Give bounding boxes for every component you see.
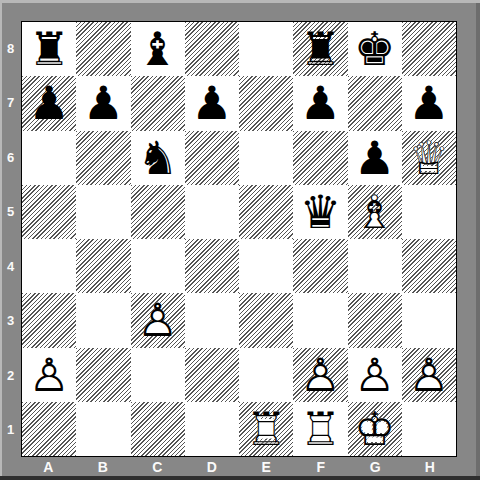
piece-white-rook: ♜♖ (293, 402, 347, 456)
square-d6[interactable] (185, 131, 239, 185)
black-king-glyph: ♚ (354, 26, 395, 72)
white-pawn-glyph: ♙ (354, 352, 395, 398)
rank-label-7: 7 (0, 76, 21, 131)
piece-black-queen: ♛ (293, 185, 347, 239)
square-c4[interactable] (131, 239, 185, 293)
piece-white-queen: ♛♕ (402, 131, 456, 185)
square-h2[interactable]: ♟♙ (402, 348, 456, 402)
piece-white-rook: ♜♖ (239, 402, 293, 456)
frame-bevel-bottom (0, 476, 480, 480)
piece-white-pawn: ♟♙ (348, 348, 402, 402)
rank-label-3: 3 (0, 294, 21, 349)
square-g4[interactable] (348, 239, 402, 293)
file-label-e: E (239, 457, 294, 476)
rank-label-4: 4 (0, 239, 21, 294)
piece-white-pawn: ♟♙ (402, 348, 456, 402)
file-label-b: B (76, 457, 131, 476)
file-label-d: D (185, 457, 240, 476)
square-a5[interactable] (22, 185, 76, 239)
square-h8[interactable] (402, 22, 456, 76)
piece-white-pawn: ♟♙ (293, 348, 347, 402)
square-g1[interactable]: ♚♔ (348, 402, 402, 456)
square-e5[interactable] (239, 185, 293, 239)
square-b8[interactable] (76, 22, 130, 76)
piece-black-pawn: ♟ (22, 76, 76, 130)
square-a1[interactable] (22, 402, 76, 456)
square-b3[interactable] (76, 293, 130, 347)
square-e7[interactable] (239, 76, 293, 130)
white-pawn-glyph: ♙ (408, 352, 449, 398)
square-b7[interactable]: ♟ (76, 76, 130, 130)
square-h7[interactable]: ♟ (402, 76, 456, 130)
rank-label-6: 6 (0, 130, 21, 185)
chess-board: ♜♝♜♚♟♟♟♟♟♞♟♛♕♛♝♗♟♙♟♙♟♙♟♙♟♙♜♖♜♖♚♔ (21, 21, 457, 457)
square-g7[interactable] (348, 76, 402, 130)
piece-black-pawn: ♟ (293, 76, 347, 130)
square-g3[interactable] (348, 293, 402, 347)
square-e2[interactable] (239, 348, 293, 402)
square-b6[interactable] (76, 131, 130, 185)
white-pawn-glyph: ♙ (300, 352, 341, 398)
piece-black-pawn: ♟ (348, 131, 402, 185)
square-a7[interactable]: ♟ (22, 76, 76, 130)
frame-bevel-top (0, 0, 480, 3)
square-d1[interactable] (185, 402, 239, 456)
square-d3[interactable] (185, 293, 239, 347)
white-queen-glyph: ♕ (408, 135, 449, 181)
square-g5[interactable]: ♝♗ (348, 185, 402, 239)
rank-label-2: 2 (0, 348, 21, 403)
file-labels: ABCDEFGH (21, 457, 457, 476)
square-e4[interactable] (239, 239, 293, 293)
black-pawn-glyph: ♟ (191, 80, 232, 126)
square-c6[interactable]: ♞ (131, 131, 185, 185)
square-e6[interactable] (239, 131, 293, 185)
square-f8[interactable]: ♜ (293, 22, 347, 76)
square-h4[interactable] (402, 239, 456, 293)
black-pawn-glyph: ♟ (29, 80, 70, 126)
square-c2[interactable] (131, 348, 185, 402)
rank-label-8: 8 (0, 21, 21, 76)
piece-black-pawn: ♟ (402, 76, 456, 130)
piece-black-pawn: ♟ (185, 76, 239, 130)
black-pawn-glyph: ♟ (83, 80, 124, 126)
square-a3[interactable] (22, 293, 76, 347)
piece-black-pawn: ♟ (76, 76, 130, 130)
white-rook-glyph: ♖ (246, 406, 287, 452)
frame-bevel-right (476, 3, 480, 476)
black-knight-glyph: ♞ (137, 135, 178, 181)
square-d8[interactable] (185, 22, 239, 76)
square-b1[interactable] (76, 402, 130, 456)
square-g8[interactable]: ♚ (348, 22, 402, 76)
piece-black-rook: ♜ (22, 22, 76, 76)
square-f4[interactable] (293, 239, 347, 293)
square-d4[interactable] (185, 239, 239, 293)
piece-white-king: ♚♔ (348, 402, 402, 456)
piece-white-pawn: ♟♙ (131, 293, 185, 347)
white-king-glyph: ♔ (354, 406, 395, 452)
square-h6[interactable]: ♛♕ (402, 131, 456, 185)
square-f3[interactable] (293, 293, 347, 347)
square-d7[interactable]: ♟ (185, 76, 239, 130)
board-frame: 87654321 ABCDEFGH ♜♝♜♚♟♟♟♟♟♞♟♛♕♛♝♗♟♙♟♙♟♙… (0, 0, 480, 480)
file-label-h: H (403, 457, 458, 476)
rank-label-5: 5 (0, 185, 21, 240)
rank-labels: 87654321 (0, 21, 21, 457)
square-h5[interactable] (402, 185, 456, 239)
piece-white-pawn: ♟♙ (22, 348, 76, 402)
piece-black-bishop: ♝ (131, 22, 185, 76)
black-rook-glyph: ♜ (29, 26, 70, 72)
file-label-a: A (21, 457, 76, 476)
black-queen-glyph: ♛ (300, 189, 341, 235)
square-c8[interactable]: ♝ (131, 22, 185, 76)
square-f1[interactable]: ♜♖ (293, 402, 347, 456)
white-pawn-glyph: ♙ (137, 297, 178, 343)
white-rook-glyph: ♖ (300, 406, 341, 452)
black-bishop-glyph: ♝ (137, 26, 178, 72)
square-f7[interactable]: ♟ (293, 76, 347, 130)
square-g6[interactable]: ♟ (348, 131, 402, 185)
piece-black-king: ♚ (348, 22, 402, 76)
square-f5[interactable]: ♛ (293, 185, 347, 239)
square-b2[interactable] (76, 348, 130, 402)
square-c3[interactable]: ♟♙ (131, 293, 185, 347)
square-e8[interactable] (239, 22, 293, 76)
square-e1[interactable]: ♜♖ (239, 402, 293, 456)
piece-black-rook: ♜ (293, 22, 347, 76)
square-a2[interactable]: ♟♙ (22, 348, 76, 402)
square-g2[interactable]: ♟♙ (348, 348, 402, 402)
square-h3[interactable] (402, 293, 456, 347)
square-c1[interactable] (131, 402, 185, 456)
square-d5[interactable] (185, 185, 239, 239)
square-e3[interactable] (239, 293, 293, 347)
file-label-f: F (294, 457, 349, 476)
file-label-c: C (130, 457, 185, 476)
square-a8[interactable]: ♜ (22, 22, 76, 76)
file-label-g: G (348, 457, 403, 476)
square-c7[interactable] (131, 76, 185, 130)
square-c5[interactable] (131, 185, 185, 239)
piece-white-bishop: ♝♗ (348, 185, 402, 239)
square-a4[interactable] (22, 239, 76, 293)
square-h1[interactable] (402, 402, 456, 456)
square-b4[interactable] (76, 239, 130, 293)
black-pawn-glyph: ♟ (354, 135, 395, 181)
white-bishop-glyph: ♗ (354, 189, 395, 235)
piece-black-knight: ♞ (131, 131, 185, 185)
black-rook-glyph: ♜ (300, 26, 341, 72)
square-f2[interactable]: ♟♙ (293, 348, 347, 402)
square-b5[interactable] (76, 185, 130, 239)
rank-label-1: 1 (0, 403, 21, 458)
black-pawn-glyph: ♟ (300, 80, 341, 126)
square-d2[interactable] (185, 348, 239, 402)
square-a6[interactable] (22, 131, 76, 185)
square-f6[interactable] (293, 131, 347, 185)
white-pawn-glyph: ♙ (29, 352, 70, 398)
black-pawn-glyph: ♟ (408, 80, 449, 126)
